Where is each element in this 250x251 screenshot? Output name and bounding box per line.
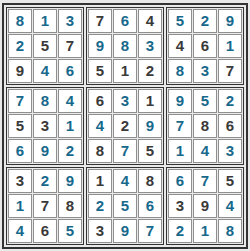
cell-r5c9[interactable]: 6 bbox=[218, 114, 242, 138]
cell-r1c3[interactable]: 3 bbox=[58, 9, 82, 33]
cell-r9c8[interactable]: 1 bbox=[193, 219, 217, 243]
sudoku-board: 8132579467649835125294618377845316926314… bbox=[2, 3, 248, 249]
box-1-2: 764983512 bbox=[86, 7, 164, 85]
box-2-3: 952786143 bbox=[166, 87, 244, 165]
box-2-2: 631429875 bbox=[86, 87, 164, 165]
cell-r4c2[interactable]: 8 bbox=[33, 89, 57, 113]
cell-r5c1[interactable]: 5 bbox=[8, 114, 32, 138]
cell-r3c9[interactable]: 7 bbox=[218, 59, 242, 83]
cell-r9c9[interactable]: 8 bbox=[218, 219, 242, 243]
cell-r2c2[interactable]: 5 bbox=[33, 34, 57, 58]
cell-r3c1[interactable]: 9 bbox=[8, 59, 32, 83]
cell-r6c8[interactable]: 4 bbox=[193, 139, 217, 163]
cell-r1c7[interactable]: 5 bbox=[168, 9, 192, 33]
box-2-1: 784531692 bbox=[6, 87, 84, 165]
cell-r4c4[interactable]: 6 bbox=[88, 89, 112, 113]
cell-r7c3[interactable]: 9 bbox=[58, 169, 82, 193]
cell-r3c6[interactable]: 2 bbox=[138, 59, 162, 83]
cell-r5c5[interactable]: 2 bbox=[113, 114, 137, 138]
cell-r1c5[interactable]: 6 bbox=[113, 9, 137, 33]
cell-r6c6[interactable]: 5 bbox=[138, 139, 162, 163]
cell-r9c7[interactable]: 2 bbox=[168, 219, 192, 243]
cell-r3c4[interactable]: 5 bbox=[88, 59, 112, 83]
cell-r9c4[interactable]: 3 bbox=[88, 219, 112, 243]
cell-r1c6[interactable]: 4 bbox=[138, 9, 162, 33]
cell-r4c7[interactable]: 9 bbox=[168, 89, 192, 113]
cell-r4c6[interactable]: 1 bbox=[138, 89, 162, 113]
cell-r9c3[interactable]: 5 bbox=[58, 219, 82, 243]
cell-r3c7[interactable]: 8 bbox=[168, 59, 192, 83]
cell-r8c5[interactable]: 5 bbox=[113, 194, 137, 218]
cell-r6c7[interactable]: 1 bbox=[168, 139, 192, 163]
cell-r9c2[interactable]: 6 bbox=[33, 219, 57, 243]
cell-r8c1[interactable]: 1 bbox=[8, 194, 32, 218]
cell-r3c2[interactable]: 4 bbox=[33, 59, 57, 83]
cell-r8c8[interactable]: 9 bbox=[193, 194, 217, 218]
cell-r9c1[interactable]: 4 bbox=[8, 219, 32, 243]
cell-r6c5[interactable]: 7 bbox=[113, 139, 137, 163]
cell-r1c2[interactable]: 1 bbox=[33, 9, 57, 33]
cell-r7c9[interactable]: 5 bbox=[218, 169, 242, 193]
cell-r3c5[interactable]: 1 bbox=[113, 59, 137, 83]
cell-r4c8[interactable]: 5 bbox=[193, 89, 217, 113]
cell-r5c7[interactable]: 7 bbox=[168, 114, 192, 138]
cell-r4c5[interactable]: 3 bbox=[113, 89, 137, 113]
cell-r8c4[interactable]: 2 bbox=[88, 194, 112, 218]
box-1-3: 529461837 bbox=[166, 7, 244, 85]
cell-r7c8[interactable]: 7 bbox=[193, 169, 217, 193]
cell-r5c2[interactable]: 3 bbox=[33, 114, 57, 138]
cell-r8c3[interactable]: 8 bbox=[58, 194, 82, 218]
cell-r6c4[interactable]: 8 bbox=[88, 139, 112, 163]
cell-r7c7[interactable]: 6 bbox=[168, 169, 192, 193]
cell-r5c4[interactable]: 4 bbox=[88, 114, 112, 138]
cell-r2c7[interactable]: 4 bbox=[168, 34, 192, 58]
cell-r7c4[interactable]: 1 bbox=[88, 169, 112, 193]
cell-r4c1[interactable]: 7 bbox=[8, 89, 32, 113]
cell-r2c9[interactable]: 1 bbox=[218, 34, 242, 58]
cell-r5c3[interactable]: 1 bbox=[58, 114, 82, 138]
cell-r6c9[interactable]: 3 bbox=[218, 139, 242, 163]
cell-r4c9[interactable]: 2 bbox=[218, 89, 242, 113]
cell-r8c2[interactable]: 7 bbox=[33, 194, 57, 218]
cell-r6c3[interactable]: 2 bbox=[58, 139, 82, 163]
cell-r2c5[interactable]: 8 bbox=[113, 34, 137, 58]
cell-r8c7[interactable]: 3 bbox=[168, 194, 192, 218]
cell-r3c3[interactable]: 6 bbox=[58, 59, 82, 83]
cell-r9c5[interactable]: 9 bbox=[113, 219, 137, 243]
cell-r7c5[interactable]: 4 bbox=[113, 169, 137, 193]
cell-r2c4[interactable]: 9 bbox=[88, 34, 112, 58]
cell-r2c3[interactable]: 7 bbox=[58, 34, 82, 58]
cell-r7c1[interactable]: 3 bbox=[8, 169, 32, 193]
cell-r5c6[interactable]: 9 bbox=[138, 114, 162, 138]
box-3-2: 148256397 bbox=[86, 167, 164, 245]
cell-r9c6[interactable]: 7 bbox=[138, 219, 162, 243]
cell-r8c9[interactable]: 4 bbox=[218, 194, 242, 218]
cell-r1c8[interactable]: 2 bbox=[193, 9, 217, 33]
cell-r4c3[interactable]: 4 bbox=[58, 89, 82, 113]
cell-r1c4[interactable]: 7 bbox=[88, 9, 112, 33]
cell-r2c6[interactable]: 3 bbox=[138, 34, 162, 58]
box-1-1: 813257946 bbox=[6, 7, 84, 85]
cell-r1c1[interactable]: 8 bbox=[8, 9, 32, 33]
cell-r7c6[interactable]: 8 bbox=[138, 169, 162, 193]
cell-r6c2[interactable]: 9 bbox=[33, 139, 57, 163]
cell-r5c8[interactable]: 8 bbox=[193, 114, 217, 138]
box-3-3: 675394218 bbox=[166, 167, 244, 245]
cell-r2c8[interactable]: 6 bbox=[193, 34, 217, 58]
box-3-1: 329178465 bbox=[6, 167, 84, 245]
cell-r8c6[interactable]: 6 bbox=[138, 194, 162, 218]
cell-r7c2[interactable]: 2 bbox=[33, 169, 57, 193]
cell-r6c1[interactable]: 6 bbox=[8, 139, 32, 163]
cell-r2c1[interactable]: 2 bbox=[8, 34, 32, 58]
cell-r3c8[interactable]: 3 bbox=[193, 59, 217, 83]
cell-r1c9[interactable]: 9 bbox=[218, 9, 242, 33]
